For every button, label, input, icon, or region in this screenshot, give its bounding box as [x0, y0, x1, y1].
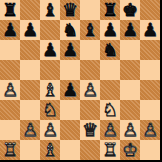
square-h7[interactable]: ♟ [140, 20, 160, 40]
chess-board-window: ♜♝♛♜♚♟♟♞♝♟♟♟♟♟♞♙♗♟♙♘♘♙♙♕♙♙♙♖♗♖♔ [0, 0, 162, 162]
square-g8[interactable]: ♚ [120, 0, 140, 20]
square-e1[interactable] [80, 140, 100, 160]
square-b8[interactable] [20, 0, 40, 20]
white-queen[interactable]: ♕ [82, 120, 98, 140]
square-e7[interactable]: ♝ [80, 20, 100, 40]
square-e4[interactable]: ♙ [80, 80, 100, 100]
square-f2[interactable]: ♙ [100, 120, 120, 140]
black-pawn[interactable]: ♟ [42, 40, 58, 60]
white-pawn[interactable]: ♙ [142, 120, 158, 140]
square-a7[interactable]: ♟ [0, 20, 20, 40]
black-pawn[interactable]: ♟ [62, 80, 78, 100]
black-knight[interactable]: ♞ [102, 40, 118, 60]
black-rook[interactable]: ♜ [102, 0, 118, 20]
white-rook[interactable]: ♖ [102, 140, 118, 160]
square-f1[interactable]: ♖ [100, 140, 120, 160]
square-d4[interactable]: ♟ [60, 80, 80, 100]
square-h8[interactable] [140, 0, 160, 20]
square-f6[interactable]: ♞ [100, 40, 120, 60]
square-f8[interactable]: ♜ [100, 0, 120, 20]
square-b4[interactable] [20, 80, 40, 100]
square-g3[interactable] [120, 100, 140, 120]
square-c5[interactable] [40, 60, 60, 80]
black-king[interactable]: ♚ [122, 0, 138, 20]
white-bishop[interactable]: ♗ [42, 140, 58, 160]
white-pawn[interactable]: ♙ [42, 120, 58, 140]
black-queen[interactable]: ♛ [62, 0, 78, 20]
square-a8[interactable]: ♜ [0, 0, 20, 20]
square-h4[interactable] [140, 80, 160, 100]
square-c7[interactable] [40, 20, 60, 40]
square-b5[interactable] [20, 60, 40, 80]
square-e5[interactable] [80, 60, 100, 80]
black-knight[interactable]: ♞ [62, 20, 78, 40]
square-d3[interactable] [60, 100, 80, 120]
square-h6[interactable] [140, 40, 160, 60]
square-d2[interactable] [60, 120, 80, 140]
white-pawn[interactable]: ♙ [82, 80, 98, 100]
square-a1[interactable]: ♖ [0, 140, 20, 160]
black-bishop[interactable]: ♝ [82, 20, 98, 40]
white-pawn[interactable]: ♙ [22, 120, 38, 140]
square-f3[interactable]: ♘ [100, 100, 120, 120]
square-b7[interactable]: ♟ [20, 20, 40, 40]
square-h3[interactable] [140, 100, 160, 120]
square-d7[interactable]: ♞ [60, 20, 80, 40]
square-d8[interactable]: ♛ [60, 0, 80, 20]
square-b2[interactable]: ♙ [20, 120, 40, 140]
square-f4[interactable] [100, 80, 120, 100]
square-e6[interactable] [80, 40, 100, 60]
square-g2[interactable]: ♙ [120, 120, 140, 140]
square-b6[interactable] [20, 40, 40, 60]
square-g5[interactable] [120, 60, 140, 80]
white-pawn[interactable]: ♙ [2, 80, 18, 100]
square-a2[interactable] [0, 120, 20, 140]
square-a4[interactable]: ♙ [0, 80, 20, 100]
black-bishop[interactable]: ♝ [42, 0, 58, 20]
square-h5[interactable] [140, 60, 160, 80]
square-g4[interactable] [120, 80, 140, 100]
black-pawn[interactable]: ♟ [122, 20, 138, 40]
square-c8[interactable]: ♝ [40, 0, 60, 20]
black-pawn[interactable]: ♟ [22, 20, 38, 40]
white-king[interactable]: ♔ [122, 140, 138, 160]
square-c2[interactable]: ♙ [40, 120, 60, 140]
black-pawn[interactable]: ♟ [142, 20, 158, 40]
square-c4[interactable]: ♗ [40, 80, 60, 100]
square-f7[interactable]: ♟ [100, 20, 120, 40]
square-a5[interactable] [0, 60, 20, 80]
square-a3[interactable] [0, 100, 20, 120]
square-g1[interactable]: ♔ [120, 140, 140, 160]
square-c1[interactable]: ♗ [40, 140, 60, 160]
black-pawn[interactable]: ♟ [102, 20, 118, 40]
square-e2[interactable]: ♕ [80, 120, 100, 140]
square-c3[interactable]: ♘ [40, 100, 60, 120]
black-pawn[interactable]: ♟ [62, 40, 78, 60]
square-a6[interactable] [0, 40, 20, 60]
square-e8[interactable] [80, 0, 100, 20]
square-h2[interactable]: ♙ [140, 120, 160, 140]
square-d1[interactable] [60, 140, 80, 160]
square-d5[interactable] [60, 60, 80, 80]
white-bishop[interactable]: ♗ [42, 80, 58, 100]
square-e3[interactable] [80, 100, 100, 120]
square-f5[interactable] [100, 60, 120, 80]
chess-board: ♜♝♛♜♚♟♟♞♝♟♟♟♟♟♞♙♗♟♙♘♘♙♙♕♙♙♙♖♗♖♔ [0, 0, 162, 162]
square-c6[interactable]: ♟ [40, 40, 60, 60]
white-knight[interactable]: ♘ [102, 100, 118, 120]
square-d6[interactable]: ♟ [60, 40, 80, 60]
white-knight[interactable]: ♘ [42, 100, 58, 120]
white-pawn[interactable]: ♙ [102, 120, 118, 140]
square-g7[interactable]: ♟ [120, 20, 140, 40]
square-h1[interactable] [140, 140, 160, 160]
white-rook[interactable]: ♖ [2, 140, 18, 160]
square-b3[interactable] [20, 100, 40, 120]
white-pawn[interactable]: ♙ [122, 120, 138, 140]
black-pawn[interactable]: ♟ [2, 20, 18, 40]
square-g6[interactable] [120, 40, 140, 60]
square-b1[interactable] [20, 140, 40, 160]
black-rook[interactable]: ♜ [2, 0, 18, 20]
